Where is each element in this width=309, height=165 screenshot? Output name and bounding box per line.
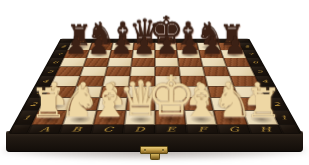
square-b6[interactable] — [83, 58, 109, 67]
square-g1[interactable]: ♞ — [213, 111, 247, 125]
square-b7[interactable]: ♟ — [86, 50, 111, 58]
file-label-b: B — [59, 125, 93, 134]
square-f1[interactable]: ♝ — [184, 111, 217, 125]
black-pawn-d7[interactable]: ♟ — [132, 33, 154, 58]
square-h7[interactable]: ♟ — [220, 50, 246, 58]
scene: ABCDEFGH8♜♞♝♛♚♝♞♜87♟♟♟♟♟♟♟♟7665544332♟♟♟… — [0, 0, 309, 165]
square-a6[interactable] — [59, 58, 86, 67]
black-pawn-a7[interactable]: ♟ — [64, 33, 86, 58]
file-label-c: C — [91, 125, 124, 134]
square-g7[interactable]: ♟ — [198, 50, 223, 58]
latch-screw-icon — [162, 149, 164, 151]
white-rook-h1[interactable]: ♜ — [244, 83, 280, 124]
black-pawn-f7[interactable]: ♟ — [178, 33, 200, 58]
square-f7[interactable]: ♟ — [176, 50, 200, 58]
black-pawn-h7[interactable]: ♟ — [223, 33, 245, 58]
square-g6[interactable] — [200, 58, 226, 67]
file-label-e: E — [155, 125, 187, 134]
square-a7[interactable]: ♟ — [63, 50, 89, 58]
square-c7[interactable]: ♟ — [109, 50, 133, 58]
square-d7[interactable]: ♟ — [132, 50, 155, 58]
chess-set-photo: ABCDEFGH8♜♞♝♛♚♝♞♜87♟♟♟♟♟♟♟♟7665544332♟♟♟… — [0, 0, 309, 165]
latch-screw-icon — [144, 149, 146, 151]
file-label-g: G — [216, 125, 250, 134]
board: ABCDEFGH8♜♞♝♛♚♝♞♜87♟♟♟♟♟♟♟♟7665544332♟♟♟… — [9, 39, 300, 133]
black-pawn-e7[interactable]: ♟ — [155, 33, 177, 58]
file-label-h: H — [247, 125, 282, 134]
file-label-d: D — [123, 125, 155, 134]
square-h1[interactable]: ♜ — [242, 111, 278, 125]
black-pawn-c7[interactable]: ♟ — [109, 33, 131, 58]
brass-latch-icon — [140, 146, 168, 154]
frame-corner — [278, 125, 300, 134]
square-h6[interactable] — [223, 58, 250, 67]
black-pawn-g7[interactable]: ♟ — [200, 33, 222, 58]
file-label-a: A — [27, 125, 62, 134]
black-pawn-b7[interactable]: ♟ — [87, 33, 109, 58]
square-e7[interactable]: ♟ — [155, 50, 178, 58]
square-c6[interactable] — [107, 58, 132, 67]
file-label-f: F — [185, 125, 218, 134]
